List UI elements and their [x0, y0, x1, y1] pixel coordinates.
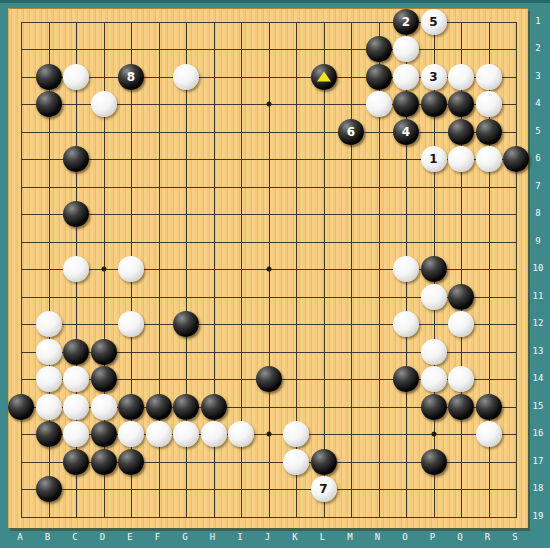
stone-black-P10[interactable] [421, 256, 447, 282]
stone-black-Q11[interactable] [448, 284, 474, 310]
row-label-4: 4 [535, 98, 540, 108]
move-number-label: 4 [393, 119, 419, 145]
stone-white-C3[interactable] [63, 64, 89, 90]
stone-black-O4[interactable] [393, 91, 419, 117]
column-label-R: R [485, 532, 490, 542]
stone-black-O5[interactable]: 4 [393, 119, 419, 145]
stone-white-O3[interactable] [393, 64, 419, 90]
triangle-marker [317, 71, 331, 81]
grid-hline [21, 517, 517, 518]
stone-black-G15[interactable] [173, 394, 199, 420]
stone-black-C6[interactable] [63, 146, 89, 172]
stone-black-A15[interactable] [8, 394, 34, 420]
column-label-A: A [17, 532, 22, 542]
stone-white-Q12[interactable] [448, 311, 474, 337]
stone-black-S6[interactable] [503, 146, 529, 172]
stone-white-F16[interactable] [146, 421, 172, 447]
move-number-label: 2 [393, 9, 419, 35]
star-point-P16 [431, 432, 436, 437]
stone-black-O14[interactable] [393, 366, 419, 392]
stone-black-M5[interactable]: 6 [338, 119, 364, 145]
stone-black-Q4[interactable] [448, 91, 474, 117]
grid-vline [516, 22, 517, 517]
stone-white-Q14[interactable] [448, 366, 474, 392]
row-label-19: 19 [533, 511, 544, 521]
stone-white-G16[interactable] [173, 421, 199, 447]
row-label-17: 17 [533, 456, 544, 466]
stone-white-I16[interactable] [228, 421, 254, 447]
row-label-1: 1 [535, 16, 540, 26]
star-point-J10 [266, 267, 271, 272]
stone-white-E16[interactable] [118, 421, 144, 447]
stone-black-C13[interactable] [63, 339, 89, 365]
row-label-5: 5 [535, 126, 540, 136]
column-label-O: O [402, 532, 407, 542]
move-number-label: 7 [311, 476, 337, 502]
stone-black-R5[interactable] [476, 119, 502, 145]
stone-white-C16[interactable] [63, 421, 89, 447]
star-point-D10 [101, 267, 106, 272]
stone-black-D14[interactable] [91, 366, 117, 392]
stone-white-K16[interactable] [283, 421, 309, 447]
move-number-label: 6 [338, 119, 364, 145]
column-label-K: K [292, 532, 297, 542]
stone-black-P4[interactable] [421, 91, 447, 117]
stone-white-P1[interactable]: 5 [421, 9, 447, 35]
star-point-J16 [266, 432, 271, 437]
stone-white-C10[interactable] [63, 256, 89, 282]
stone-white-P14[interactable] [421, 366, 447, 392]
stone-white-C15[interactable] [63, 394, 89, 420]
stone-white-O10[interactable] [393, 256, 419, 282]
column-label-L: L [320, 532, 325, 542]
stone-black-D17[interactable] [91, 449, 117, 475]
stone-white-D15[interactable] [91, 394, 117, 420]
column-label-I: I [237, 532, 242, 542]
row-label-9: 9 [535, 236, 540, 246]
stone-black-G12[interactable] [173, 311, 199, 337]
row-label-14: 14 [533, 373, 544, 383]
stone-white-E10[interactable] [118, 256, 144, 282]
stone-white-P6[interactable]: 1 [421, 146, 447, 172]
row-label-8: 8 [535, 208, 540, 218]
row-label-12: 12 [533, 318, 544, 328]
stone-black-H15[interactable] [201, 394, 227, 420]
stone-white-E12[interactable] [118, 311, 144, 337]
goban-board[interactable]: 25836417 [8, 8, 528, 528]
stone-white-R16[interactable] [476, 421, 502, 447]
stone-white-D4[interactable] [91, 91, 117, 117]
stone-white-Q6[interactable] [448, 146, 474, 172]
column-label-Q: Q [457, 532, 462, 542]
stone-white-C14[interactable] [63, 366, 89, 392]
move-number-label: 8 [118, 64, 144, 90]
stone-white-H16[interactable] [201, 421, 227, 447]
move-number-label: 3 [421, 64, 447, 90]
stone-white-B15[interactable] [36, 394, 62, 420]
column-label-P: P [430, 532, 435, 542]
row-label-3: 3 [535, 71, 540, 81]
stone-black-N3[interactable] [366, 64, 392, 90]
stone-black-C17[interactable] [63, 449, 89, 475]
stone-black-Q5[interactable] [448, 119, 474, 145]
stone-black-P17[interactable] [421, 449, 447, 475]
stone-black-E3[interactable]: 8 [118, 64, 144, 90]
stone-white-B13[interactable] [36, 339, 62, 365]
stone-white-R6[interactable] [476, 146, 502, 172]
row-label-16: 16 [533, 428, 544, 438]
move-number-label: 5 [421, 9, 447, 35]
stone-black-B3[interactable] [36, 64, 62, 90]
stone-black-E15[interactable] [118, 394, 144, 420]
stone-white-K17[interactable] [283, 449, 309, 475]
stone-white-B12[interactable] [36, 311, 62, 337]
stone-black-R15[interactable] [476, 394, 502, 420]
row-label-11: 11 [533, 291, 544, 301]
stone-black-B18[interactable] [36, 476, 62, 502]
stone-white-B14[interactable] [36, 366, 62, 392]
stone-white-O12[interactable] [393, 311, 419, 337]
column-label-S: S [512, 532, 517, 542]
column-label-H: H [210, 532, 215, 542]
stone-black-E17[interactable] [118, 449, 144, 475]
column-label-G: G [182, 532, 187, 542]
stone-white-R3[interactable] [476, 64, 502, 90]
stone-black-D13[interactable] [91, 339, 117, 365]
stone-black-B16[interactable] [36, 421, 62, 447]
stone-black-J14[interactable] [256, 366, 282, 392]
star-point-J4 [266, 102, 271, 107]
row-label-18: 18 [533, 483, 544, 493]
column-label-F: F [155, 532, 160, 542]
move-number-label: 1 [421, 146, 447, 172]
stone-black-O1[interactable]: 2 [393, 9, 419, 35]
stone-black-Q15[interactable] [448, 394, 474, 420]
stone-white-P3[interactable]: 3 [421, 64, 447, 90]
stone-white-L18[interactable]: 7 [311, 476, 337, 502]
row-label-2: 2 [535, 43, 540, 53]
row-label-10: 10 [533, 263, 544, 273]
column-label-D: D [100, 532, 105, 542]
column-label-B: B [45, 532, 50, 542]
stone-black-L3[interactable] [311, 64, 337, 90]
stone-black-L17[interactable] [311, 449, 337, 475]
stone-black-N2[interactable] [366, 36, 392, 62]
grid-vline [351, 22, 352, 517]
grid-hline [21, 489, 517, 490]
stone-black-F15[interactable] [146, 394, 172, 420]
column-label-C: C [72, 532, 77, 542]
grid-vline [324, 22, 325, 517]
stone-black-C8[interactable] [63, 201, 89, 227]
grid-hline [21, 324, 517, 325]
row-label-7: 7 [535, 181, 540, 191]
column-label-N: N [375, 532, 380, 542]
stone-black-B4[interactable] [36, 91, 62, 117]
stone-white-N4[interactable] [366, 91, 392, 117]
stone-white-R4[interactable] [476, 91, 502, 117]
column-label-M: M [347, 532, 352, 542]
stone-white-Q3[interactable] [448, 64, 474, 90]
stone-black-D16[interactable] [91, 421, 117, 447]
stone-white-P13[interactable] [421, 339, 447, 365]
column-label-E: E [127, 532, 132, 542]
stone-white-O2[interactable] [393, 36, 419, 62]
goban-frame: 25836417 ABCDEFGHIJKLMNOPQRS 12345678910… [0, 0, 550, 548]
row-label-13: 13 [533, 346, 544, 356]
column-label-J: J [265, 532, 270, 542]
stone-white-G3[interactable] [173, 64, 199, 90]
stone-white-P11[interactable] [421, 284, 447, 310]
row-label-15: 15 [533, 401, 544, 411]
row-label-6: 6 [535, 153, 540, 163]
stone-black-P15[interactable] [421, 394, 447, 420]
